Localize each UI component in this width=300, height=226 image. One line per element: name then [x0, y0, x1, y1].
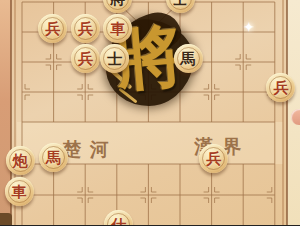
piece-glyph: 車 [103, 14, 132, 43]
piece-black-advisor[interactable]: 士 [100, 44, 129, 73]
piece-glyph: 兵 [38, 14, 67, 43]
piece-red-soldier[interactable]: 兵 [71, 44, 100, 73]
piece-red-soldier[interactable]: 兵 [199, 144, 228, 173]
piece-black-advisor[interactable]: 士 [166, 0, 195, 13]
piece-glyph: 炮 [6, 146, 35, 175]
piece-red-chariot[interactable]: 車 [5, 177, 34, 206]
piece-red-advisor[interactable]: 仕 [104, 210, 133, 226]
piece-glyph: 兵 [199, 144, 228, 173]
piece-glyph: 仕 [104, 210, 133, 226]
piece-glyph: 馬 [39, 143, 68, 172]
piece-glyph: 兵 [266, 73, 295, 102]
piece-red-cannon[interactable]: 炮 [6, 146, 35, 175]
piece-red-horse[interactable]: 馬 [39, 143, 68, 172]
piece-black-horse[interactable]: 馬 [174, 44, 203, 73]
piece-red-soldier[interactable]: 兵 [266, 73, 295, 102]
ui-fragment-bottom-left [0, 213, 12, 225]
piece-red-chariot[interactable]: 車 [103, 14, 132, 43]
ui-fragment-right[interactable] [291, 109, 300, 125]
piece-glyph: 士 [100, 44, 129, 73]
piece-glyph: 車 [5, 177, 34, 206]
river-label-chu: 楚河 [62, 137, 118, 163]
piece-glyph: 馬 [174, 44, 203, 73]
piece-red-soldier[interactable]: 兵 [38, 14, 67, 43]
piece-glyph: 兵 [71, 14, 100, 43]
xiangqi-board[interactable]: 楚河 漢界 將士兵兵車兵士馬兵炮馬兵車仕 將 ✦ [0, 0, 300, 225]
sparkle-icon: ✦ [243, 19, 255, 35]
piece-glyph: 將 [103, 0, 132, 13]
piece-black-general[interactable]: 將 [103, 0, 132, 13]
piece-red-soldier[interactable]: 兵 [71, 14, 100, 43]
piece-glyph: 兵 [71, 44, 100, 73]
piece-glyph: 士 [166, 0, 195, 13]
